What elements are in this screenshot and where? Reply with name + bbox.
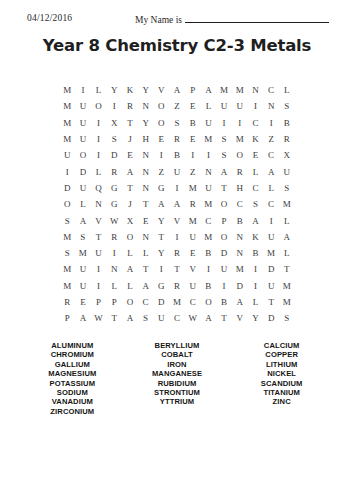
grid-cell: L — [75, 196, 91, 212]
grid-cell: M — [232, 131, 248, 147]
grid-cell: E — [138, 212, 154, 228]
grid-cell: J — [122, 131, 138, 147]
grid-cell: I — [153, 147, 169, 163]
grid-cell: U — [153, 310, 169, 326]
grid-cell: M — [169, 294, 185, 310]
word-list-item: LITHIUM — [229, 360, 334, 369]
grid-cell: R — [59, 294, 75, 310]
word-list-item: IRON — [125, 360, 230, 369]
grid-cell: R — [106, 163, 122, 179]
grid-cell: S — [59, 245, 75, 261]
grid-cell: T — [279, 261, 295, 277]
grid-cell: C — [185, 294, 201, 310]
grid-cell: T — [216, 310, 232, 326]
grid-cell: L — [279, 82, 295, 98]
grid-cell: L — [138, 245, 154, 261]
grid-cell: S — [75, 229, 91, 245]
grid-cell: P — [59, 310, 75, 326]
grid-cell: N — [232, 245, 248, 261]
grid-cell: M — [75, 245, 91, 261]
word-list-item: COBALT — [125, 350, 230, 359]
grid-cell: J — [122, 196, 138, 212]
grid-cell: S — [279, 180, 295, 196]
grid-cell: O — [153, 115, 169, 131]
grid-cell: I — [216, 278, 232, 294]
grid-cell: W — [185, 310, 201, 326]
word-list-item: SCANDIUM — [229, 379, 334, 388]
grid-cell: L — [248, 163, 264, 179]
grid-cell: C — [232, 196, 248, 212]
grid-cell: A — [122, 163, 138, 179]
grid-cell: O — [59, 196, 75, 212]
grid-cell: M — [201, 196, 217, 212]
grid-cell: L — [201, 98, 217, 114]
grid-cell: V — [169, 212, 185, 228]
grid-cell: N — [138, 180, 154, 196]
grid-cell: V — [91, 212, 107, 228]
grid-cell: T — [91, 229, 107, 245]
grid-cell: O — [216, 196, 232, 212]
grid-cell: O — [75, 147, 91, 163]
grid-cell: S — [59, 212, 75, 228]
grid-cell: S — [279, 98, 295, 114]
word-list-item: COPPER — [229, 350, 334, 359]
grid-cell: D — [232, 278, 248, 294]
word-list-item: CALCIUM — [229, 341, 334, 350]
grid-cell: U — [185, 229, 201, 245]
grid-cell: T — [122, 115, 138, 131]
grid-cell: M — [201, 131, 217, 147]
grid-cell: I — [169, 180, 185, 196]
grid-cell: M — [59, 229, 75, 245]
grid-cell: H — [232, 180, 248, 196]
grid-cell: V — [153, 82, 169, 98]
name-blank-line — [185, 13, 329, 23]
grid-cell: K — [248, 229, 264, 245]
grid-cell: Y — [153, 212, 169, 228]
word-list-item: ZIRCONIUM — [20, 407, 125, 416]
grid-cell: I — [263, 115, 279, 131]
grid-cell: E — [185, 245, 201, 261]
grid-cell: I — [185, 147, 201, 163]
grid-cell: C — [169, 310, 185, 326]
grid-cell: X — [122, 212, 138, 228]
grid-cell: I — [75, 82, 91, 98]
grid-cell: D — [263, 310, 279, 326]
grid-cell: I — [248, 278, 264, 294]
grid-cell: B — [201, 245, 217, 261]
grid-cell: C — [138, 294, 154, 310]
grid-cell: O — [91, 98, 107, 114]
grid-cell: O — [216, 229, 232, 245]
grid-cell: T — [106, 310, 122, 326]
grid-cell: I — [106, 98, 122, 114]
grid-cell: P — [216, 212, 232, 228]
grid-cell: R — [232, 163, 248, 179]
grid-cell: U — [75, 115, 91, 131]
grid-cell: M — [59, 261, 75, 277]
grid-cell: I — [91, 261, 107, 277]
word-list-item: YTTRIUM — [125, 397, 230, 406]
grid-cell: M — [185, 180, 201, 196]
grid-cell: A — [122, 310, 138, 326]
word-list-item: BERYLLIUM — [125, 341, 230, 350]
grid-cell: M — [232, 82, 248, 98]
grid-cell: X — [106, 115, 122, 131]
grid-cell: M — [59, 115, 75, 131]
word-list-column: BERYLLIUMCOBALTIRONMANGANESERUBIDIUMSTRO… — [125, 341, 230, 416]
word-list: ALUMINUMCHROMIUMGALLIUMMAGNESIUMPOTASSIU… — [0, 341, 354, 416]
grid-cell: L — [279, 245, 295, 261]
grid-cell: R — [169, 245, 185, 261]
grid-cell: T — [138, 261, 154, 277]
grid-cell: A — [201, 82, 217, 98]
grid-cell: B — [185, 115, 201, 131]
grid-cell: D — [75, 163, 91, 179]
grid-cell: A — [169, 82, 185, 98]
grid-cell: E — [153, 131, 169, 147]
grid-cell: M — [263, 245, 279, 261]
grid-cell: U — [59, 147, 75, 163]
word-list-item: SODIUM — [20, 388, 125, 397]
word-list-item: TITANIUM — [229, 388, 334, 397]
grid-cell: M — [279, 294, 295, 310]
word-list-item: CHROMIUM — [20, 350, 125, 359]
word-list-item: POTASSIUM — [20, 379, 125, 388]
grid-cell: D — [153, 294, 169, 310]
grid-cell: O — [122, 294, 138, 310]
word-list-item: ALUMINUM — [20, 341, 125, 350]
grid-cell: R — [122, 98, 138, 114]
grid-cell: E — [248, 147, 264, 163]
grid-cell: T — [153, 229, 169, 245]
grid-cell: R — [185, 196, 201, 212]
grid-cell: D — [59, 180, 75, 196]
word-list-item: STRONTIUM — [125, 388, 230, 397]
grid-cell: U — [75, 98, 91, 114]
grid-cell: G — [153, 278, 169, 294]
grid-cell: I — [91, 147, 107, 163]
grid-cell: O — [232, 147, 248, 163]
grid-cell: U — [185, 278, 201, 294]
page-title: Year 8 Chemistry C2-3 Metals — [0, 36, 354, 55]
grid-cell: O — [122, 229, 138, 245]
grid-cell: Y — [138, 115, 154, 131]
grid-cell: B — [279, 115, 295, 131]
grid-cell: U — [201, 180, 217, 196]
grid-cell: R — [169, 278, 185, 294]
grid-cell: S — [169, 115, 185, 131]
grid-cell: A — [169, 196, 185, 212]
grid-cell: I — [169, 229, 185, 245]
name-line: My Name is — [135, 13, 329, 25]
grid-cell: G — [106, 196, 122, 212]
grid-cell: L — [248, 294, 264, 310]
letter-grid: MILYKYVAPAMMNCLMUOIRNOZELUUINSMUIXTYOSBU… — [59, 82, 294, 326]
grid-cell: A — [216, 163, 232, 179]
grid-cell: U — [279, 163, 295, 179]
word-list-column: CALCIUMCOPPERLITHIUMNICKELSCANDIUMTITANI… — [229, 341, 334, 416]
grid-cell: E — [185, 131, 201, 147]
grid-cell: L — [106, 278, 122, 294]
grid-cell: N — [263, 98, 279, 114]
grid-cell: A — [122, 261, 138, 277]
grid-cell: W — [106, 212, 122, 228]
grid-cell: A — [279, 229, 295, 245]
word-list-item: GALLIUM — [20, 360, 125, 369]
grid-cell: I — [91, 131, 107, 147]
grid-cell: N — [138, 229, 154, 245]
grid-cell: I — [153, 261, 169, 277]
grid-cell: N — [138, 98, 154, 114]
grid-cell: I — [232, 115, 248, 131]
grid-cell: C — [248, 180, 264, 196]
grid-cell: Y — [248, 310, 264, 326]
grid-cell: T — [263, 294, 279, 310]
grid-cell: M — [59, 98, 75, 114]
grid-cell: V — [185, 261, 201, 277]
grid-cell: L — [91, 82, 107, 98]
grid-cell: U — [232, 98, 248, 114]
grid-cell: A — [75, 310, 91, 326]
grid-cell: U — [201, 115, 217, 131]
grid-cell: N — [106, 261, 122, 277]
grid-cell: U — [91, 245, 107, 261]
grid-cell: A — [201, 310, 217, 326]
grid-cell: M — [59, 82, 75, 98]
grid-cell: V — [232, 310, 248, 326]
name-label: My Name is — [135, 15, 182, 25]
grid-cell: U — [169, 163, 185, 179]
grid-cell: D — [216, 245, 232, 261]
grid-cell: S — [106, 131, 122, 147]
grid-cell: O — [201, 294, 217, 310]
grid-cell: M — [59, 131, 75, 147]
grid-cell: T — [169, 261, 185, 277]
grid-cell: H — [138, 131, 154, 147]
grid-cell: S — [138, 310, 154, 326]
grid-cell: P — [185, 82, 201, 98]
grid-cell: B — [248, 245, 264, 261]
grid-cell: G — [153, 180, 169, 196]
grid-cell: I — [91, 115, 107, 131]
grid-cell: R — [106, 229, 122, 245]
grid-cell: A — [153, 196, 169, 212]
grid-cell: M — [216, 82, 232, 98]
grid-cell: T — [122, 180, 138, 196]
grid-cell: D — [263, 261, 279, 277]
grid-cell: E — [122, 147, 138, 163]
grid-cell: C — [263, 147, 279, 163]
grid-cell: N — [138, 163, 154, 179]
grid-cell: A — [138, 278, 154, 294]
grid-cell: X — [279, 147, 295, 163]
grid-cell: R — [279, 131, 295, 147]
grid-cell: U — [75, 278, 91, 294]
word-list-item: NICKEL — [229, 369, 334, 378]
grid-cell: L — [122, 278, 138, 294]
grid-cell: U — [216, 261, 232, 277]
grid-cell: K — [248, 131, 264, 147]
grid-cell: M — [279, 196, 295, 212]
grid-cell: T — [138, 196, 154, 212]
grid-cell: A — [263, 163, 279, 179]
grid-cell: I — [248, 98, 264, 114]
grid-cell: G — [106, 180, 122, 196]
grid-cell: S — [216, 131, 232, 147]
grid-cell: S — [216, 147, 232, 163]
word-list-item: RUBIDIUM — [125, 379, 230, 388]
grid-cell: I — [216, 115, 232, 131]
grid-cell: Q — [91, 180, 107, 196]
grid-cell: D — [106, 147, 122, 163]
grid-cell: U — [216, 98, 232, 114]
worksheet-date: 04/12/2016 — [27, 13, 72, 23]
grid-cell: Z — [185, 163, 201, 179]
grid-cell: W — [91, 310, 107, 326]
grid-cell: O — [153, 98, 169, 114]
grid-cell: B — [232, 212, 248, 228]
grid-cell: U — [75, 131, 91, 147]
grid-cell: M — [59, 278, 75, 294]
grid-cell: R — [169, 131, 185, 147]
word-list-item: VANADIUM — [20, 397, 125, 406]
grid-cell: S — [248, 196, 264, 212]
grid-cell: N — [232, 229, 248, 245]
grid-cell: M — [232, 261, 248, 277]
grid-cell: Y — [138, 82, 154, 98]
grid-cell: I — [91, 278, 107, 294]
grid-cell: E — [185, 98, 201, 114]
grid-cell: K — [122, 82, 138, 98]
word-list-column: ALUMINUMCHROMIUMGALLIUMMAGNESIUMPOTASSIU… — [20, 341, 125, 416]
grid-cell: Y — [153, 245, 169, 261]
grid-cell: P — [106, 294, 122, 310]
grid-cell: A — [232, 294, 248, 310]
word-list-item: MAGNESIUM — [20, 369, 125, 378]
grid-cell: M — [185, 212, 201, 228]
grid-cell: M — [201, 229, 217, 245]
grid-cell: B — [216, 294, 232, 310]
grid-cell: C — [263, 82, 279, 98]
grid-cell: Z — [153, 163, 169, 179]
grid-cell: U — [75, 261, 91, 277]
grid-cell: L — [263, 180, 279, 196]
grid-cell: I — [201, 147, 217, 163]
grid-cell: C — [248, 115, 264, 131]
grid-cell: I — [106, 245, 122, 261]
grid-cell: M — [279, 278, 295, 294]
grid-cell: B — [169, 147, 185, 163]
grid-cell: Y — [106, 82, 122, 98]
grid-cell: L — [122, 245, 138, 261]
grid-cell: N — [248, 82, 264, 98]
worksheet-page: 04/12/2016 My Name is Year 8 Chemistry C… — [0, 0, 354, 500]
grid-cell: I — [59, 163, 75, 179]
grid-cell: U — [75, 180, 91, 196]
grid-cell: E — [75, 294, 91, 310]
grid-cell: I — [248, 261, 264, 277]
grid-cell: B — [201, 278, 217, 294]
grid-cell: L — [279, 212, 295, 228]
word-list-item: MANGANESE — [125, 369, 230, 378]
grid-cell: P — [91, 294, 107, 310]
grid-cell: I — [263, 212, 279, 228]
grid-cell: N — [201, 163, 217, 179]
grid-cell: S — [279, 310, 295, 326]
grid-cell: A — [248, 212, 264, 228]
grid-cell: N — [138, 147, 154, 163]
grid-cell: I — [201, 261, 217, 277]
grid-cell: U — [263, 278, 279, 294]
grid-cell: L — [91, 163, 107, 179]
grid-cell: C — [263, 196, 279, 212]
grid-cell: T — [216, 180, 232, 196]
grid-cell: N — [91, 196, 107, 212]
grid-cell: Z — [169, 98, 185, 114]
grid-cell: A — [75, 212, 91, 228]
grid-cell: Z — [263, 131, 279, 147]
word-list-item: ZINC — [229, 397, 334, 406]
grid-cell: U — [263, 229, 279, 245]
grid-cell: C — [201, 212, 217, 228]
